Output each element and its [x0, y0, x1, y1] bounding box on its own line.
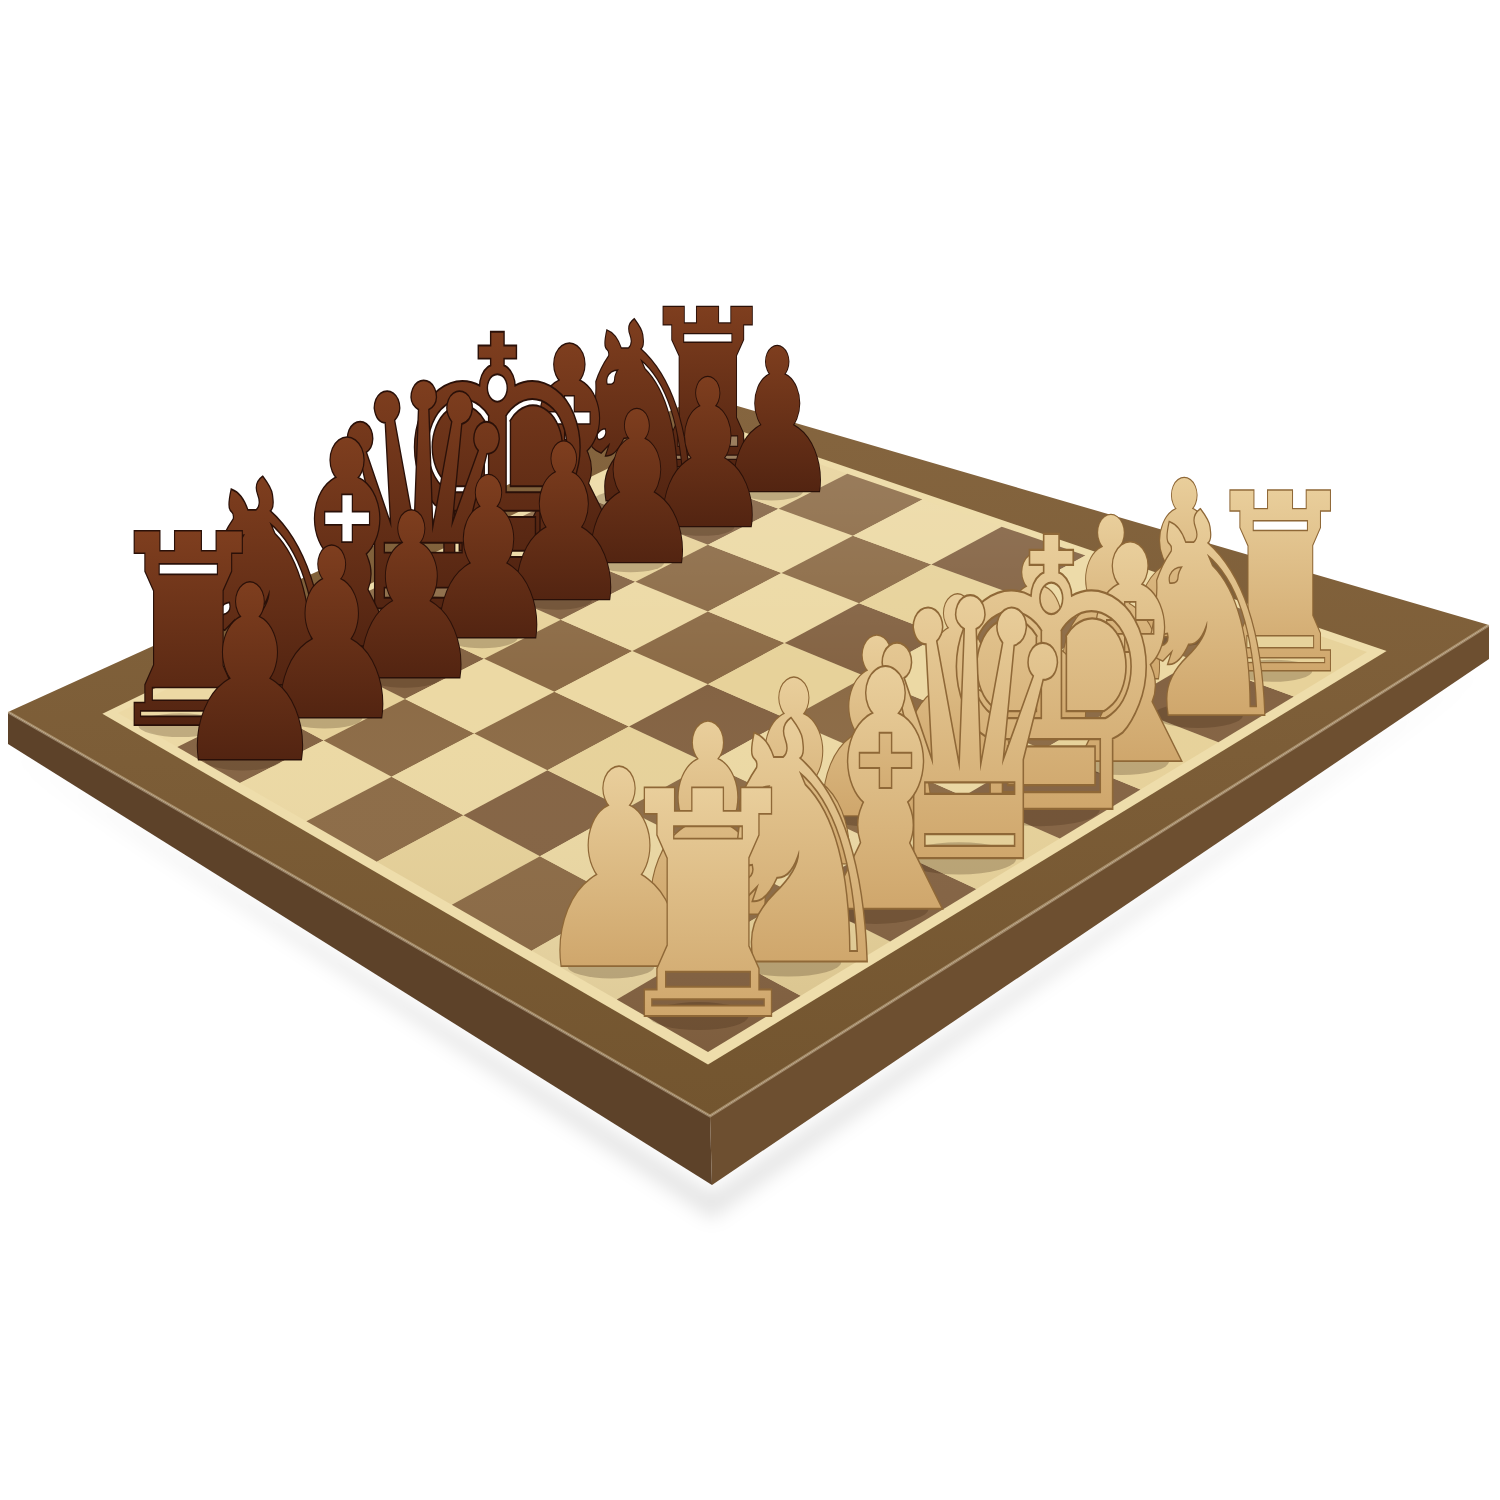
chess-set-photo: ♜♟♞♟♝♟♚♟♛♟♟♝♜♟♟♞♞♟♟♜♟♝♟♚♟♛♟♝♟♞♟♜ [0, 0, 1500, 1500]
product-photo-scene: ♜♟♞♟♝♟♚♟♛♟♟♝♜♟♟♞♞♟♟♜♟♝♟♚♟♛♟♝♟♞♟♜ [0, 0, 1500, 1500]
piece-white-rook-a1[interactable]: ♜ [608, 727, 808, 1089]
piece-black-pawn-a7[interactable]: ♟ [172, 534, 328, 816]
